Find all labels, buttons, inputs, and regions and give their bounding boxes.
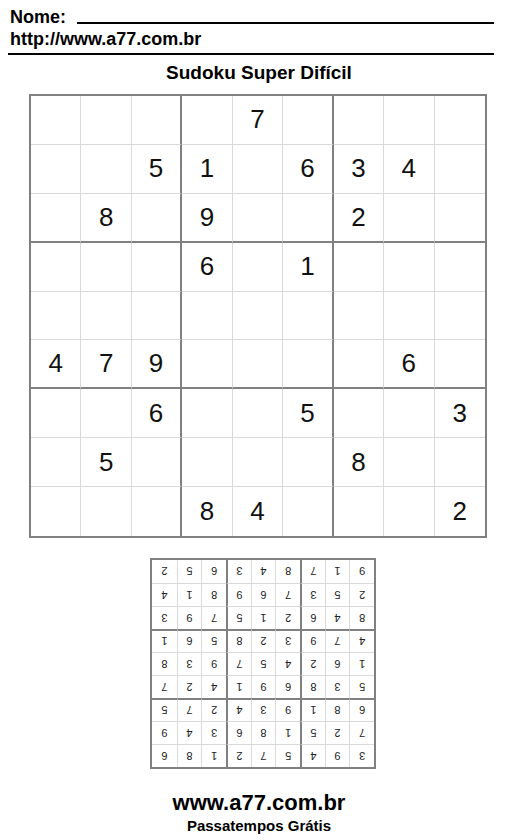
solution-cell-r5c3: 2	[300, 652, 325, 675]
solution-cell-r3c2: 8	[325, 698, 350, 721]
puzzle-cell-r8c9	[435, 438, 485, 487]
solution-cell-r9c9: 2	[152, 560, 177, 583]
puzzle-cell-r5c4	[182, 292, 232, 341]
puzzle-cell-r1c4	[182, 96, 232, 145]
solution-cell-r4c8: 2	[177, 675, 202, 698]
solution-cell-r3c4: 9	[275, 698, 300, 721]
solution-cell-r1c3: 4	[300, 744, 325, 767]
solution-cell-r2c6: 6	[226, 721, 251, 744]
puzzle-cell-r5c6	[283, 292, 333, 341]
header-divider	[8, 53, 494, 55]
solution-cell-r6c7: 5	[201, 629, 226, 652]
puzzle-cell-r9c3	[132, 487, 182, 536]
solution-cell-r9c1: 9	[349, 560, 374, 583]
solution-cell-r6c5: 2	[251, 629, 276, 652]
puzzle-cell-r6c6	[283, 340, 333, 389]
puzzle-cell-r9c1	[31, 487, 81, 536]
solution-cell-r4c6: 1	[226, 675, 251, 698]
puzzle-cell-r4c1	[31, 243, 81, 292]
solution-cell-r2c7: 3	[201, 721, 226, 744]
puzzle-cell-r4c7	[334, 243, 384, 292]
solution-cell-r7c7: 7	[201, 606, 226, 629]
puzzle-cell-r7c8	[384, 389, 434, 438]
solution-cell-r1c5: 7	[251, 744, 276, 767]
puzzle-cell-r8c3	[132, 438, 182, 487]
puzzle-cell-r3c1	[31, 194, 81, 243]
site-url-text: http://www.a77.com.br	[10, 29, 201, 50]
solution-cell-r2c9: 9	[152, 721, 177, 744]
solution-grid: 3945721867251863496819342755386914271624…	[150, 558, 376, 769]
solution-cell-r9c4: 8	[275, 560, 300, 583]
puzzle-cell-r8c5	[233, 438, 283, 487]
puzzle-cell-r3c9	[435, 194, 485, 243]
puzzle-cell-r7c4	[182, 389, 232, 438]
puzzle-cell-r2c3: 5	[132, 145, 182, 194]
puzzle-cell-r1c3	[132, 96, 182, 145]
solution-cell-r5c5: 5	[251, 652, 276, 675]
solution-cell-r2c2: 2	[325, 721, 350, 744]
solution-cell-r3c5: 3	[251, 698, 276, 721]
solution-cell-r8c2: 5	[325, 583, 350, 606]
solution-cell-r1c1: 3	[349, 744, 374, 767]
puzzle-cell-r6c8: 6	[384, 340, 434, 389]
puzzle-cell-r5c5	[233, 292, 283, 341]
solution-cell-r8c8: 1	[177, 583, 202, 606]
solution-cell-r2c5: 8	[251, 721, 276, 744]
solution-cell-r7c5: 1	[251, 606, 276, 629]
solution-cell-r1c4: 5	[275, 744, 300, 767]
puzzle-cell-r1c5: 7	[233, 96, 283, 145]
puzzle-cell-r1c6	[283, 96, 333, 145]
solution-cell-r7c9: 3	[152, 606, 177, 629]
puzzle-cell-r7c5	[233, 389, 283, 438]
solution-cell-r6c4: 3	[275, 629, 300, 652]
puzzle-cell-r9c9: 2	[435, 487, 485, 536]
puzzle-cell-r4c8	[384, 243, 434, 292]
puzzle-cell-r5c3	[132, 292, 182, 341]
puzzle-cell-r9c4: 8	[182, 487, 232, 536]
puzzle-cell-r6c7	[334, 340, 384, 389]
puzzle-cell-r1c2	[81, 96, 131, 145]
footer-tagline: Passatempos Grátis	[0, 817, 518, 834]
puzzle-cell-r5c7	[334, 292, 384, 341]
solution-cell-r4c3: 8	[300, 675, 325, 698]
puzzle-cell-r2c7: 3	[334, 145, 384, 194]
solution-cell-r8c9: 4	[152, 583, 177, 606]
puzzle-cell-r9c5: 4	[233, 487, 283, 536]
solution-cell-r7c4: 2	[275, 606, 300, 629]
solution-cell-r6c9: 1	[152, 629, 177, 652]
solution-cell-r4c5: 9	[251, 675, 276, 698]
solution-cell-r5c2: 6	[325, 652, 350, 675]
solution-cell-r1c9: 6	[152, 744, 177, 767]
puzzle-cell-r4c2	[81, 243, 131, 292]
puzzle-cell-r8c7: 8	[334, 438, 384, 487]
solution-cell-r5c4: 4	[275, 652, 300, 675]
puzzle-cell-r3c5	[233, 194, 283, 243]
puzzle-cell-r6c9	[435, 340, 485, 389]
puzzle-cell-r5c2	[81, 292, 131, 341]
solution-cell-r2c3: 5	[300, 721, 325, 744]
puzzle-cell-r9c7	[334, 487, 384, 536]
puzzle-cell-r9c6	[283, 487, 333, 536]
puzzle-cell-r6c1: 4	[31, 340, 81, 389]
solution-cell-r8c1: 2	[349, 583, 374, 606]
solution-cell-r3c9: 5	[152, 698, 177, 721]
solution-cell-r3c1: 6	[349, 698, 374, 721]
puzzle-cell-r9c2	[81, 487, 131, 536]
solution-cell-r7c2: 4	[325, 606, 350, 629]
solution-cell-r7c1: 8	[349, 606, 374, 629]
solution-cell-r7c6: 5	[226, 606, 251, 629]
solution-cell-r2c4: 1	[275, 721, 300, 744]
puzzle-cell-r1c1	[31, 96, 81, 145]
solution-cell-r6c3: 9	[300, 629, 325, 652]
puzzle-cell-r8c6	[283, 438, 333, 487]
solution-cell-r9c6: 3	[226, 560, 251, 583]
puzzle-cell-r3c3	[132, 194, 182, 243]
solution-cell-r5c6: 7	[226, 652, 251, 675]
puzzle-cell-r7c6: 5	[283, 389, 333, 438]
solution-cell-r4c9: 7	[152, 675, 177, 698]
solution-cell-r8c7: 8	[201, 583, 226, 606]
solution-cell-r1c2: 9	[325, 744, 350, 767]
puzzle-cell-r7c2	[81, 389, 131, 438]
solution-cell-r4c4: 6	[275, 675, 300, 698]
page-root: { "game": "sudoku", "header": { "name_la…	[0, 0, 518, 840]
solution-cell-r3c6: 4	[226, 698, 251, 721]
puzzle-cell-r3c7: 2	[334, 194, 384, 243]
footer-site-url: www.a77.com.br	[0, 790, 518, 816]
name-blank-line	[77, 22, 494, 24]
puzzle-cell-r1c8	[384, 96, 434, 145]
puzzle-cell-r2c4: 1	[182, 145, 232, 194]
solution-cell-r9c8: 5	[177, 560, 202, 583]
solution-cell-r9c5: 4	[251, 560, 276, 583]
puzzle-cell-r5c9	[435, 292, 485, 341]
puzzle-cell-r3c4: 9	[182, 194, 232, 243]
solution-cell-r3c3: 1	[300, 698, 325, 721]
puzzle-cell-r4c6: 1	[283, 243, 333, 292]
puzzle-cell-r2c5	[233, 145, 283, 194]
puzzle-cell-r4c4: 6	[182, 243, 232, 292]
puzzle-cell-r2c9	[435, 145, 485, 194]
solution-cell-r5c1: 1	[349, 652, 374, 675]
solution-cell-r8c4: 7	[275, 583, 300, 606]
solution-cell-r7c8: 9	[177, 606, 202, 629]
solution-cell-r5c9: 8	[152, 652, 177, 675]
solution-cell-r9c3: 7	[300, 560, 325, 583]
solution-cell-r8c3: 3	[300, 583, 325, 606]
puzzle-cell-r3c6	[283, 194, 333, 243]
solution-cell-r2c1: 7	[349, 721, 374, 744]
solution-cell-r4c2: 3	[325, 675, 350, 698]
puzzle-cell-r8c8	[384, 438, 434, 487]
puzzle-cell-r8c1	[31, 438, 81, 487]
puzzle-cell-r7c3: 6	[132, 389, 182, 438]
puzzle-cell-r7c1	[31, 389, 81, 438]
solution-cell-r7c3: 6	[300, 606, 325, 629]
name-label: Nome:	[10, 7, 66, 28]
solution-cell-r4c7: 4	[201, 675, 226, 698]
solution-cell-r5c8: 3	[177, 652, 202, 675]
solution-cell-r1c7: 1	[201, 744, 226, 767]
puzzle-cell-r6c4	[182, 340, 232, 389]
solution-cell-r9c2: 1	[325, 560, 350, 583]
solution-cell-r8c6: 9	[226, 583, 251, 606]
puzzle-cell-r6c5	[233, 340, 283, 389]
solution-cell-r5c7: 9	[201, 652, 226, 675]
puzzle-cell-r3c2: 8	[81, 194, 131, 243]
puzzle-cell-r7c7	[334, 389, 384, 438]
solution-cell-r6c1: 4	[349, 629, 374, 652]
puzzle-cell-r2c8: 4	[384, 145, 434, 194]
solution-cell-r1c8: 8	[177, 744, 202, 767]
puzzle-cell-r1c9	[435, 96, 485, 145]
page-title: Sudoku Super Difícil	[0, 62, 518, 84]
puzzle-cell-r1c7	[334, 96, 384, 145]
puzzle-cell-r5c8	[384, 292, 434, 341]
puzzle-cell-r2c2	[81, 145, 131, 194]
puzzle-cell-r7c9: 3	[435, 389, 485, 438]
puzzle-cell-r4c5	[233, 243, 283, 292]
puzzle-cell-r9c8	[384, 487, 434, 536]
puzzle-cell-r2c6: 6	[283, 145, 333, 194]
puzzle-cell-r6c3: 9	[132, 340, 182, 389]
solution-cell-r6c2: 7	[325, 629, 350, 652]
solution-cell-r8c5: 6	[251, 583, 276, 606]
puzzle-cell-r6c2: 7	[81, 340, 131, 389]
puzzle-cell-r4c3	[132, 243, 182, 292]
puzzle-cell-r4c9	[435, 243, 485, 292]
puzzle-grid: 75163489261479665358842	[29, 94, 487, 538]
solution-cell-r9c7: 6	[201, 560, 226, 583]
puzzle-cell-r2c1	[31, 145, 81, 194]
solution-cell-r3c8: 7	[177, 698, 202, 721]
solution-cell-r1c6: 2	[226, 744, 251, 767]
solution-cell-r4c1: 5	[349, 675, 374, 698]
solution-cell-r2c8: 4	[177, 721, 202, 744]
puzzle-cell-r5c1	[31, 292, 81, 341]
solution-cell-r6c6: 8	[226, 629, 251, 652]
puzzle-cell-r3c8	[384, 194, 434, 243]
solution-cell-r3c7: 2	[201, 698, 226, 721]
puzzle-cell-r8c4	[182, 438, 232, 487]
puzzle-cell-r8c2: 5	[81, 438, 131, 487]
solution-cell-r6c8: 6	[177, 629, 202, 652]
